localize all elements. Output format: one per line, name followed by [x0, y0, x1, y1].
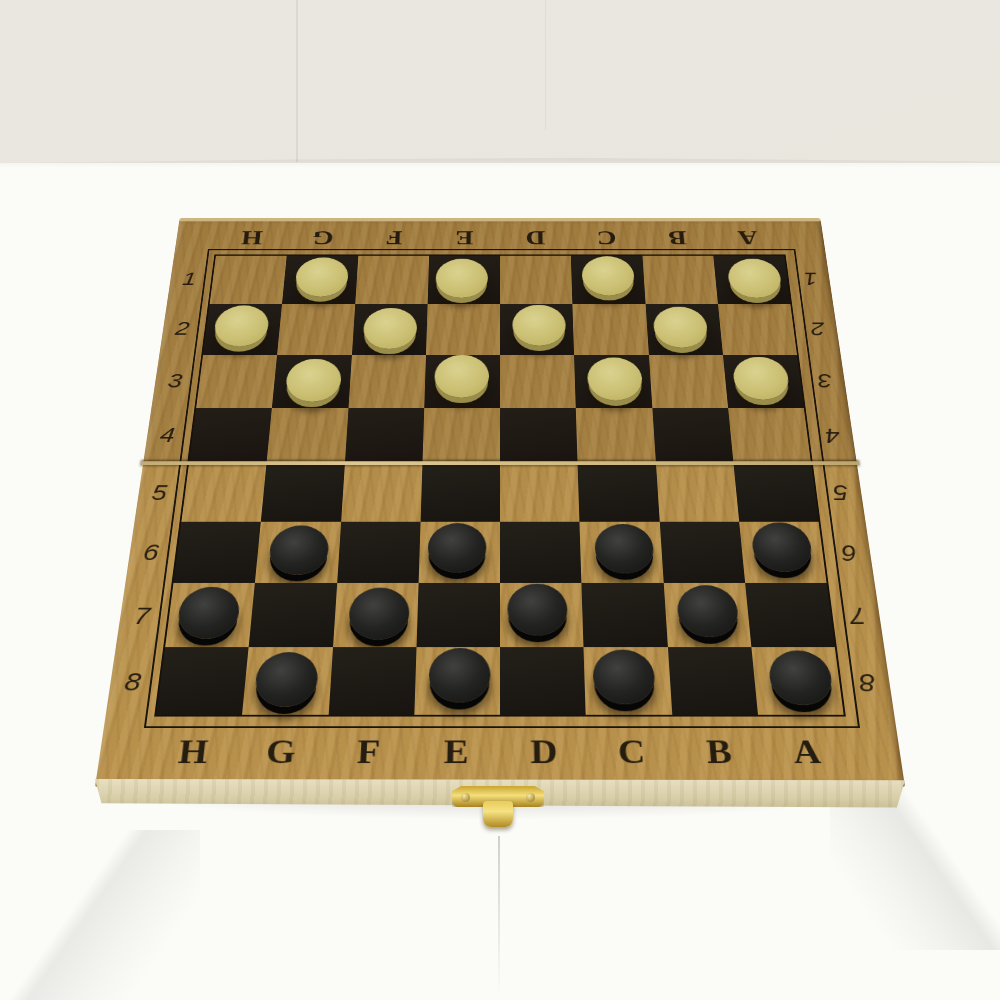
file-label-bottom-e: E	[411, 724, 500, 780]
file-label-bottom-a: A	[760, 724, 854, 780]
rank-label-right-8: 8	[845, 648, 891, 716]
light-piece-a3[interactable]	[731, 357, 790, 400]
dark-piece-c8[interactable]	[592, 649, 656, 704]
square-h2[interactable]	[203, 304, 282, 355]
light-piece-e3[interactable]	[434, 355, 489, 398]
square-c1[interactable]	[571, 256, 645, 304]
square-a8[interactable]	[751, 647, 843, 715]
square-h6[interactable]	[173, 522, 261, 583]
rank-label-left-5: 5	[138, 463, 180, 522]
square-h8[interactable]	[156, 647, 248, 715]
light-piece-h2[interactable]	[213, 305, 271, 346]
dark-piece-d7[interactable]	[508, 583, 569, 635]
file-label-top-a: A	[711, 225, 785, 251]
rank-label-right-3: 3	[805, 354, 845, 407]
file-label-bottom-d: D	[500, 724, 589, 780]
dark-piece-e8[interactable]	[428, 648, 490, 703]
square-g3[interactable]	[272, 355, 351, 408]
square-a6[interactable]	[739, 522, 827, 583]
square-c6[interactable]	[580, 522, 664, 583]
light-piece-d2[interactable]	[512, 304, 566, 345]
square-g2[interactable]	[277, 304, 355, 355]
rank-label-right-7: 7	[836, 584, 881, 649]
rank-label-left-2: 2	[163, 303, 202, 354]
brass-clasp	[452, 786, 544, 834]
dark-piece-a6[interactable]	[750, 522, 814, 571]
square-c5[interactable]	[578, 463, 660, 521]
square-a1[interactable]	[713, 256, 790, 304]
square-c7[interactable]	[582, 583, 668, 647]
backdrop-crease-line-2	[545, 0, 546, 130]
file-label-top-g: G	[286, 225, 359, 251]
file-label-top-h: H	[215, 225, 289, 251]
square-c3[interactable]	[574, 355, 652, 408]
file-label-bottom-b: B	[673, 724, 765, 780]
file-label-top-b: B	[641, 225, 714, 251]
rank-label-right-6: 6	[828, 522, 871, 584]
rank-label-left-7: 7	[119, 584, 164, 649]
paper-edge-shadow	[0, 158, 1000, 172]
square-d7[interactable]	[500, 583, 584, 647]
clasp-screw-left	[461, 793, 470, 802]
dark-piece-c6[interactable]	[594, 524, 655, 573]
dark-piece-h7[interactable]	[176, 586, 242, 638]
square-e2[interactable]	[426, 304, 500, 355]
square-b5[interactable]	[656, 463, 739, 521]
file-label-bottom-h: H	[146, 724, 240, 780]
playing-area	[154, 254, 846, 716]
square-b4[interactable]	[652, 408, 733, 464]
rank-label-right-1: 1	[792, 254, 830, 303]
square-g1[interactable]	[282, 256, 358, 304]
square-f2[interactable]	[352, 304, 428, 355]
square-h7[interactable]	[165, 583, 255, 647]
dark-piece-a8[interactable]	[767, 650, 835, 705]
folding-chess-board: HGFEDCBA HGFEDCBA 12345678 12345678	[95, 218, 905, 787]
dark-piece-g6[interactable]	[268, 525, 330, 574]
square-d6[interactable]	[500, 522, 582, 583]
rank-label-left-4: 4	[147, 408, 188, 464]
square-d5[interactable]	[500, 463, 580, 521]
rank-label-right-2: 2	[799, 303, 838, 354]
file-label-top-e: E	[429, 225, 500, 251]
square-h3[interactable]	[196, 355, 277, 408]
light-piece-f2[interactable]	[362, 308, 417, 349]
square-e1[interactable]	[427, 256, 500, 304]
file-labels-top: HGFEDCBA	[215, 225, 785, 251]
square-d2[interactable]	[500, 304, 574, 355]
light-piece-b2[interactable]	[652, 306, 708, 347]
rank-label-right-5: 5	[820, 463, 862, 522]
square-f6[interactable]	[337, 522, 421, 583]
square-g7[interactable]	[249, 583, 337, 647]
file-label-top-d: D	[500, 225, 571, 251]
square-e4[interactable]	[422, 408, 500, 464]
clasp-screw-right	[526, 793, 535, 802]
square-g6[interactable]	[255, 522, 341, 583]
square-e6[interactable]	[418, 522, 500, 583]
square-b7[interactable]	[663, 583, 751, 647]
square-a4[interactable]	[728, 408, 811, 464]
dark-piece-b7[interactable]	[676, 585, 740, 637]
square-b6[interactable]	[659, 522, 745, 583]
file-label-bottom-c: C	[587, 724, 677, 780]
rank-label-left-1: 1	[170, 254, 208, 303]
light-piece-c3[interactable]	[587, 357, 644, 400]
square-c2[interactable]	[573, 304, 649, 355]
square-a3[interactable]	[723, 355, 804, 408]
square-e5[interactable]	[420, 463, 500, 521]
light-piece-c1[interactable]	[582, 256, 636, 295]
light-piece-a1[interactable]	[726, 258, 783, 297]
clasp-tab	[483, 801, 513, 827]
light-piece-e1[interactable]	[435, 258, 488, 297]
square-c8[interactable]	[584, 647, 672, 715]
square-d3[interactable]	[500, 355, 576, 408]
dark-piece-g8[interactable]	[254, 652, 320, 707]
square-a7[interactable]	[745, 583, 835, 647]
square-g5[interactable]	[261, 463, 344, 521]
photo-backdrop: HGFEDCBA HGFEDCBA 12345678 12345678	[0, 0, 1000, 1000]
square-h1[interactable]	[210, 256, 287, 304]
square-f3[interactable]	[348, 355, 426, 408]
dark-piece-f7[interactable]	[347, 587, 409, 639]
rank-label-right-4: 4	[812, 408, 853, 464]
rank-label-left-6: 6	[129, 522, 172, 584]
file-labels-bottom: HGFEDCBA	[146, 724, 854, 780]
square-f1[interactable]	[355, 256, 429, 304]
file-label-bottom-g: G	[234, 724, 326, 780]
square-e8[interactable]	[414, 647, 500, 715]
square-d1[interactable]	[500, 256, 573, 304]
square-c4[interactable]	[576, 408, 656, 464]
file-label-top-f: F	[357, 225, 429, 251]
square-e3[interactable]	[424, 355, 500, 408]
square-b8[interactable]	[667, 647, 757, 715]
square-d4[interactable]	[500, 408, 578, 464]
rank-label-left-3: 3	[155, 354, 195, 407]
square-d8[interactable]	[500, 647, 586, 715]
light-piece-g1[interactable]	[295, 257, 350, 296]
square-h4[interactable]	[189, 408, 272, 464]
square-b1[interactable]	[642, 256, 718, 304]
square-a2[interactable]	[718, 304, 797, 355]
square-f8[interactable]	[328, 647, 416, 715]
square-g8[interactable]	[242, 647, 332, 715]
light-piece-g3[interactable]	[285, 358, 343, 401]
square-e7[interactable]	[416, 583, 500, 647]
square-h5[interactable]	[181, 463, 266, 521]
square-g4[interactable]	[267, 408, 348, 464]
square-f4[interactable]	[344, 408, 424, 464]
backdrop-crease-line	[296, 0, 298, 162]
file-label-top-c: C	[570, 225, 642, 251]
square-b3[interactable]	[648, 355, 727, 408]
square-f7[interactable]	[333, 583, 419, 647]
corner-shadow-bottom-left	[0, 830, 200, 1000]
square-f5[interactable]	[341, 463, 423, 521]
square-b2[interactable]	[645, 304, 723, 355]
hinge-fold-seam	[140, 461, 859, 465]
backdrop-vertical-line	[498, 836, 500, 994]
rank-label-left-8: 8	[109, 648, 155, 716]
file-label-bottom-f: F	[323, 724, 413, 780]
dark-piece-e6[interactable]	[427, 523, 486, 572]
square-a5[interactable]	[733, 463, 818, 521]
